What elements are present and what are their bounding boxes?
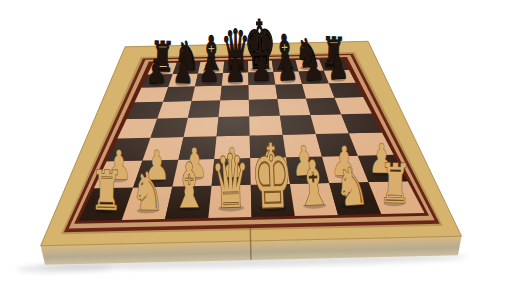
white-queen-d1[interactable]: ♛: [210, 138, 251, 224]
black-pawn-c7[interactable]: ♟: [199, 51, 221, 90]
white-bishop-f1[interactable]: ♝: [294, 146, 333, 220]
white-bishop-c1[interactable]: ♝: [172, 149, 207, 221]
black-pawn-e7[interactable]: ♟: [250, 49, 272, 89]
fold-seam: [250, 229, 251, 260]
black-pawn-f7[interactable]: ♟: [276, 49, 299, 89]
white-knight-b1[interactable]: ♞: [131, 161, 165, 222]
black-pawn-g7[interactable]: ♟: [302, 48, 325, 88]
white-knight-g1[interactable]: ♞: [333, 156, 371, 219]
white-rook-a1[interactable]: ♜: [90, 159, 124, 223]
black-pawn-a7[interactable]: ♟: [144, 51, 168, 92]
black-pawn-h7[interactable]: ♟: [326, 47, 350, 88]
white-king-e1[interactable]: ♚: [249, 125, 294, 229]
black-pawn-b7[interactable]: ♟: [172, 52, 194, 92]
chess-board: ♜♞♝♛♚♝♞♜♟♟♟♟♟♟♟♟♟♟♟♟♟♟♟♟♜♞♝♛♚♝♞♜: [0, 0, 512, 287]
black-pawn-d7[interactable]: ♟: [225, 50, 247, 89]
white-rook-h1[interactable]: ♜: [378, 151, 412, 215]
chess-set-photo: ♜♞♝♛♚♝♞♜♟♟♟♟♟♟♟♟♟♟♟♟♟♟♟♟♜♞♝♛♚♝♞♜: [0, 0, 512, 287]
floor-shadow-left: [17, 263, 113, 273]
